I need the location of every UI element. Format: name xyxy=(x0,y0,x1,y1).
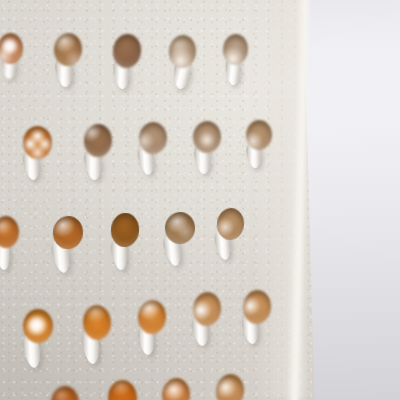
grater-hole-r3c2 xyxy=(0,0,400,400)
hole-opening-r5c4 xyxy=(214,373,245,400)
hole-lip-r2c2 xyxy=(82,147,103,181)
hole-lip-r1c5 xyxy=(225,57,241,86)
hole-lip-r4c2 xyxy=(80,329,102,365)
hole-lip-r2c3 xyxy=(136,144,157,176)
grater-hole-r3c3 xyxy=(0,0,400,400)
grater-hole-r5c4 xyxy=(0,0,400,400)
holes-layer xyxy=(0,0,400,400)
hole-lip-r4c3 xyxy=(136,324,156,356)
grater-hole-r5c1 xyxy=(0,0,400,400)
grater-hole-r1c3 xyxy=(0,0,400,400)
grater-hole-r5c2 xyxy=(0,0,400,400)
grater-hole-r4c3 xyxy=(0,0,400,400)
hole-opening-r3c4 xyxy=(164,211,196,245)
grater-hole-r2c1 xyxy=(0,0,400,400)
hole-opening-r5c3 xyxy=(161,377,191,400)
hole-opening-r5c1 xyxy=(51,386,79,400)
hole-lip-r1c3 xyxy=(111,58,130,90)
grater-hole-r4c5 xyxy=(0,0,400,400)
hole-opening-r5c2 xyxy=(107,380,137,400)
hole-opening-r4c4 xyxy=(192,291,223,327)
photo-grater-closeup xyxy=(0,0,400,400)
hole-lip-r3c5 xyxy=(213,229,234,261)
hole-lip-r2c4 xyxy=(192,143,212,175)
hole-opening-r1c1 xyxy=(0,33,23,64)
hole-opening-r2c4 xyxy=(192,120,222,153)
hole-lip-r3c3 xyxy=(109,237,129,271)
hole-opening-r3c3 xyxy=(110,212,140,248)
grater-hole-r1c1 xyxy=(0,0,400,400)
hole-opening-r1c3 xyxy=(111,33,142,70)
hole-opening-r4c5 xyxy=(242,289,273,325)
grater-hole-r4c2 xyxy=(0,0,400,400)
grater-hole-r1c4 xyxy=(0,0,400,400)
hole-opening-r3c1 xyxy=(0,216,19,248)
hole-opening-r2c1 xyxy=(23,126,52,159)
grater-hole-r4c4 xyxy=(0,0,400,400)
grater-hole-r1c2 xyxy=(0,0,400,400)
hole-lip-r2c1 xyxy=(21,149,42,181)
grater-hole-r2c5 xyxy=(0,0,400,400)
grater-hole-r3c1 xyxy=(0,0,400,400)
hole-opening-r3c5 xyxy=(215,207,245,242)
hole-lip-r3c1 xyxy=(0,239,12,271)
hole-opening-r4c1 xyxy=(23,309,53,343)
hole-opening-r2c5 xyxy=(245,119,273,150)
grater-hole-r2c3 xyxy=(0,0,400,400)
grater-hole-r2c2 xyxy=(0,0,400,400)
hole-opening-r1c5 xyxy=(221,33,248,66)
hole-lip-r4c1 xyxy=(21,333,44,370)
grater-hole-r4c1 xyxy=(0,0,400,400)
hole-opening-r1c2 xyxy=(53,32,83,67)
hole-lip-r1c1 xyxy=(1,54,17,79)
hole-lip-r4c4 xyxy=(190,315,211,347)
hole-opening-r4c2 xyxy=(82,304,112,340)
grater-hole-r3c4 xyxy=(0,0,400,400)
grater-hole-r2c4 xyxy=(0,0,400,400)
hole-lip-r3c4 xyxy=(160,233,183,268)
hole-opening-r3c2 xyxy=(52,214,85,249)
hole-opening-r2c3 xyxy=(138,121,168,154)
hole-opening-r4c3 xyxy=(137,299,167,335)
grater-hole-r3c5 xyxy=(0,0,400,400)
hole-lip-r4c5 xyxy=(240,313,261,345)
hole-opening-r2c2 xyxy=(83,123,113,157)
hole-lip-r2c5 xyxy=(245,141,263,169)
hole-lip-r1c4 xyxy=(173,58,191,89)
hole-lip-r3c2 xyxy=(49,238,73,275)
hole-lip-r1c2 xyxy=(54,56,75,88)
grater-hole-r5c3 xyxy=(0,0,400,400)
grater-hole-r1c5 xyxy=(0,0,400,400)
hole-opening-r1c4 xyxy=(167,34,196,69)
